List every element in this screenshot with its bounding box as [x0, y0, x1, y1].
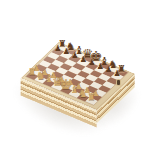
piece-black-pawn-h7[interactable]: ♟ — [114, 69, 121, 77]
piece-black-pawn-a7[interactable]: ♟ — [54, 45, 61, 53]
piece-black-pawn-g7[interactable]: ♟ — [105, 66, 112, 74]
piece-black-pawn-e7[interactable]: ♟ — [88, 59, 95, 67]
chess-set-photo: ♜♞♝♛♚♝♞♜♟♟♟♟♟♟♟♟♟♟♟♟♟♟♟♟♜♞♝♛♚♝♞♜ — [0, 0, 150, 150]
piece-black-pawn-f7[interactable]: ♟ — [97, 62, 104, 70]
piece-black-pawn-c7[interactable]: ♟ — [71, 52, 78, 60]
piece-white-rook-h1[interactable]: ♜ — [87, 92, 96, 102]
piece-black-pawn-b7[interactable]: ♟ — [63, 48, 70, 56]
clasp-latch-icon — [117, 80, 120, 85]
piece-black-pawn-d7[interactable]: ♟ — [80, 55, 87, 63]
